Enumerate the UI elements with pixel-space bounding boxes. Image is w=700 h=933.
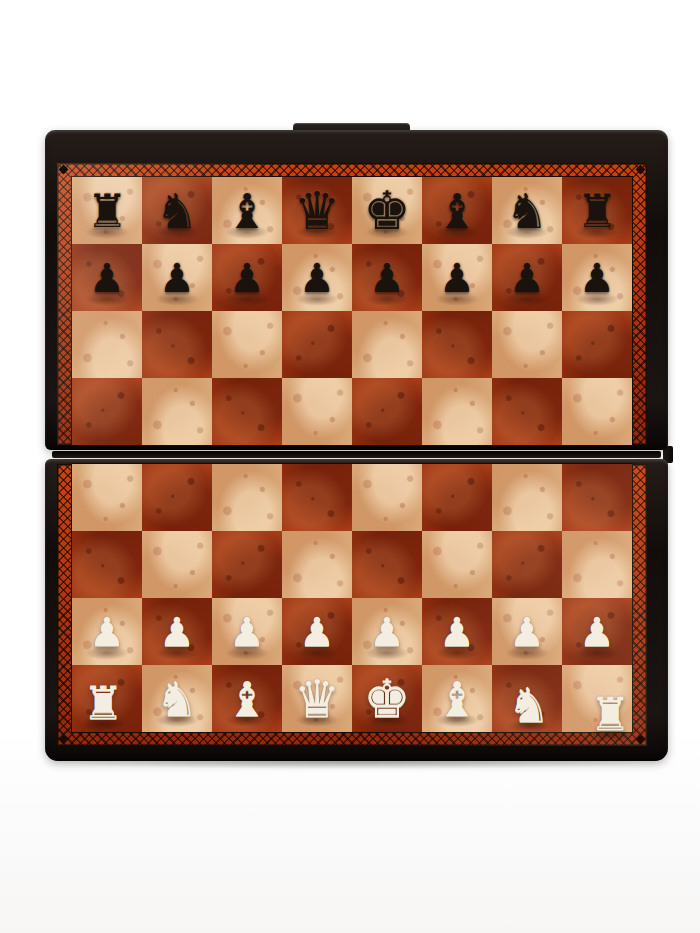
square-f6 <box>422 311 492 378</box>
square-c1: ♝ <box>212 665 282 732</box>
white-pawn-c2: ♟ <box>212 598 282 665</box>
square-d2: ♟ <box>282 598 352 665</box>
chess-board: ♜♞♝♛♚♝♞♜♟♟♟♟♟♟♟♟ ♟♟♟♟♟♟♟♟♜♞♝♛♚♝♞♜ <box>45 130 668 761</box>
black-bishop-c8: ♝ <box>212 177 282 244</box>
board-top-half: ♜♞♝♛♚♝♞♜♟♟♟♟♟♟♟♟ <box>45 130 668 450</box>
square-a8: ♜ <box>72 177 142 244</box>
square-b7: ♟ <box>142 244 212 311</box>
square-b1: ♞ <box>142 665 212 732</box>
black-knight-g8: ♞ <box>492 177 562 244</box>
black-pawn-h7: ♟ <box>562 244 632 311</box>
square-g5 <box>492 378 562 445</box>
white-pawn-f2: ♟ <box>422 598 492 665</box>
hinge-seam <box>45 450 668 459</box>
square-d6 <box>282 311 352 378</box>
square-h2: ♟ <box>562 598 632 665</box>
square-h8: ♜ <box>562 177 632 244</box>
white-bishop-c1: ♝ <box>212 665 282 732</box>
square-f4 <box>422 464 492 531</box>
square-a1: ♜ <box>72 665 142 732</box>
square-g1: ♞ <box>492 665 562 732</box>
white-pawn-d2: ♟ <box>282 598 352 665</box>
white-bishop-f1: ♝ <box>422 665 492 732</box>
white-pawn-b2: ♟ <box>142 598 212 665</box>
square-f3 <box>422 531 492 598</box>
square-c3 <box>212 531 282 598</box>
square-a5 <box>72 378 142 445</box>
square-g7: ♟ <box>492 244 562 311</box>
square-e5 <box>352 378 422 445</box>
square-f2: ♟ <box>422 598 492 665</box>
board-top-half-grid: ♜♞♝♛♚♝♞♜♟♟♟♟♟♟♟♟ <box>72 177 632 445</box>
white-queen-d1: ♛ <box>282 665 352 732</box>
square-b8: ♞ <box>142 177 212 244</box>
square-b3 <box>142 531 212 598</box>
square-b4 <box>142 464 212 531</box>
square-b5 <box>142 378 212 445</box>
white-knight-b1: ♞ <box>142 665 212 732</box>
white-king-e1: ♚ <box>352 665 422 732</box>
hinge-seam-bar <box>52 451 661 458</box>
white-pawn-a2: ♟ <box>72 598 142 665</box>
square-e2: ♟ <box>352 598 422 665</box>
square-c5 <box>212 378 282 445</box>
square-a6 <box>72 311 142 378</box>
square-d1: ♛ <box>282 665 352 732</box>
black-bishop-f8: ♝ <box>422 177 492 244</box>
black-rook-a8: ♜ <box>72 177 142 244</box>
square-d5 <box>282 378 352 445</box>
square-g2: ♟ <box>492 598 562 665</box>
board-bottom-half: ♟♟♟♟♟♟♟♟♜♞♝♛♚♝♞♜ <box>45 459 668 761</box>
border-corner-diamond <box>59 735 69 745</box>
square-h1: ♜ <box>562 665 632 732</box>
square-d8: ♛ <box>282 177 352 244</box>
square-f5 <box>422 378 492 445</box>
black-rook-h8: ♜ <box>562 177 632 244</box>
square-a4 <box>72 464 142 531</box>
square-h5 <box>562 378 632 445</box>
white-knight-g1: ♞ <box>494 671 564 738</box>
square-a7: ♟ <box>72 244 142 311</box>
photo-background: ♜♞♝♛♚♝♞♜♟♟♟♟♟♟♟♟ ♟♟♟♟♟♟♟♟♜♞♝♛♚♝♞♜ <box>0 0 700 933</box>
square-f8: ♝ <box>422 177 492 244</box>
square-c2: ♟ <box>212 598 282 665</box>
square-b2: ♟ <box>142 598 212 665</box>
square-e4 <box>352 464 422 531</box>
square-g8: ♞ <box>492 177 562 244</box>
square-h7: ♟ <box>562 244 632 311</box>
top-half-printed-face: ♜♞♝♛♚♝♞♜♟♟♟♟♟♟♟♟ <box>57 163 647 445</box>
square-h3 <box>562 531 632 598</box>
square-h6 <box>562 311 632 378</box>
black-pawn-b7: ♟ <box>142 244 212 311</box>
square-c7: ♟ <box>212 244 282 311</box>
square-e6 <box>352 311 422 378</box>
black-queen-d8: ♛ <box>282 177 352 244</box>
board-bottom-half-grid: ♟♟♟♟♟♟♟♟♜♞♝♛♚♝♞♜ <box>72 464 632 732</box>
square-a3 <box>72 531 142 598</box>
border-corner-diamond <box>636 165 646 175</box>
black-pawn-d7: ♟ <box>282 244 352 311</box>
square-c4 <box>212 464 282 531</box>
square-g4 <box>492 464 562 531</box>
square-f7: ♟ <box>422 244 492 311</box>
square-e8: ♚ <box>352 177 422 244</box>
square-c8: ♝ <box>212 177 282 244</box>
square-d4 <box>282 464 352 531</box>
square-e7: ♟ <box>352 244 422 311</box>
square-g6 <box>492 311 562 378</box>
square-f1: ♝ <box>422 665 492 732</box>
white-pawn-g2: ♟ <box>492 598 562 665</box>
border-corner-diamond <box>59 165 69 175</box>
black-pawn-f7: ♟ <box>422 244 492 311</box>
square-a2: ♟ <box>72 598 142 665</box>
black-knight-b8: ♞ <box>142 177 212 244</box>
square-d3 <box>282 531 352 598</box>
black-pawn-g7: ♟ <box>492 244 562 311</box>
square-h4 <box>562 464 632 531</box>
square-b6 <box>142 311 212 378</box>
black-pawn-a7: ♟ <box>72 244 142 311</box>
white-rook-a1: ♜ <box>68 669 138 736</box>
square-c6 <box>212 311 282 378</box>
bottom-half-printed-face: ♟♟♟♟♟♟♟♟♜♞♝♛♚♝♞♜ <box>57 464 647 746</box>
black-king-e8: ♚ <box>352 177 422 244</box>
white-rook-h1: ♜ <box>575 680 645 747</box>
white-pawn-e2: ♟ <box>352 598 422 665</box>
square-e1: ♚ <box>352 665 422 732</box>
black-pawn-c7: ♟ <box>212 244 282 311</box>
square-e3 <box>352 531 422 598</box>
black-pawn-e7: ♟ <box>352 244 422 311</box>
square-g3 <box>492 531 562 598</box>
white-pawn-h2: ♟ <box>562 598 632 665</box>
square-d7: ♟ <box>282 244 352 311</box>
